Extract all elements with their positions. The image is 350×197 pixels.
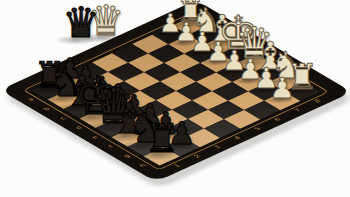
piece-black-queen-spare[interactable]: ♛ bbox=[62, 2, 100, 44]
rank-label-3: 3 bbox=[213, 145, 222, 150]
file-label-e: e bbox=[90, 134, 99, 139]
rank-label-6: 6 bbox=[273, 117, 282, 122]
rank-label-5: 5 bbox=[253, 126, 262, 131]
rank-label-2: 2 bbox=[193, 154, 202, 159]
file-label-g: g bbox=[122, 153, 131, 158]
file-label-d: d bbox=[74, 125, 83, 130]
file-label-f: f bbox=[107, 144, 114, 148]
rank-label-7: 7 bbox=[293, 108, 302, 113]
file-label-c: c bbox=[58, 116, 67, 121]
rank-label-1: 1 bbox=[172, 163, 181, 168]
file-label-a: a bbox=[26, 97, 35, 102]
rank-label-4: 4 bbox=[233, 135, 242, 140]
photo-scene: abcdefgh 12345678 ♜♞♝♚♛♝♞♜♟♟♟♟♟♟♟♟♟♟♟♟♟♟… bbox=[0, 0, 350, 197]
piece-white-pawn-h7[interactable]: ♟ bbox=[269, 74, 295, 103]
file-label-b: b bbox=[42, 106, 51, 111]
file-label-h: h bbox=[138, 163, 147, 168]
rank-label-8: 8 bbox=[313, 98, 322, 103]
piece-black-rook-h1[interactable]: ♜ bbox=[144, 119, 179, 158]
